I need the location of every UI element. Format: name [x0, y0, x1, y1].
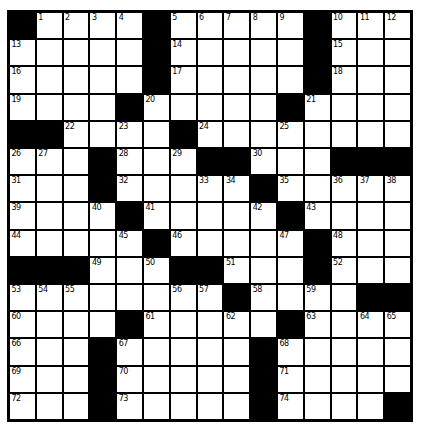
- grid-cell[interactable]: [171, 367, 196, 392]
- grid-cell[interactable]: [117, 258, 142, 283]
- grid-cell[interactable]: [305, 394, 330, 419]
- grid-cell[interactable]: [37, 231, 62, 256]
- grid-cell[interactable]: [358, 258, 383, 283]
- black-cell: [251, 176, 276, 201]
- grid-cell[interactable]: 32: [117, 176, 142, 201]
- grid-cell[interactable]: 21: [305, 95, 330, 120]
- grid-cell[interactable]: 41: [144, 203, 169, 228]
- grid-cell[interactable]: [171, 394, 196, 419]
- clue-number: 16: [12, 67, 21, 76]
- clue-number: 51: [226, 258, 235, 267]
- grid-cell[interactable]: 67: [117, 339, 142, 364]
- clue-number: 46: [172, 231, 181, 240]
- grid-cell[interactable]: 19: [10, 95, 35, 120]
- grid-cell[interactable]: [64, 231, 89, 256]
- black-cell: [171, 122, 196, 147]
- black-cell: [37, 258, 62, 283]
- grid-cell[interactable]: [224, 40, 249, 65]
- grid-cell[interactable]: [198, 95, 223, 120]
- grid-cell[interactable]: [332, 394, 357, 419]
- clue-number: 17: [172, 67, 181, 76]
- grid-cell[interactable]: 34: [224, 176, 249, 201]
- grid-cell[interactable]: [198, 231, 223, 256]
- grid-cell[interactable]: [385, 95, 410, 120]
- grid-cell[interactable]: 44: [10, 231, 35, 256]
- grid-cell[interactable]: 22: [64, 122, 89, 147]
- clue-number: 59: [306, 285, 315, 294]
- grid-cell[interactable]: [171, 95, 196, 120]
- clue-number: 63: [306, 312, 315, 321]
- black-cell: [90, 176, 115, 201]
- grid-cell[interactable]: [251, 258, 276, 283]
- grid-cell[interactable]: [385, 40, 410, 65]
- grid-cell[interactable]: 1: [37, 13, 62, 38]
- clue-number: 22: [65, 122, 74, 131]
- grid-cell[interactable]: 33: [198, 176, 223, 201]
- grid-cell[interactable]: 39: [10, 203, 35, 228]
- grid-cell[interactable]: [305, 339, 330, 364]
- black-cell: [305, 231, 330, 256]
- clue-number: 18: [333, 67, 342, 76]
- grid-cell[interactable]: 48: [332, 231, 357, 256]
- clue-number: 60: [12, 312, 21, 321]
- clue-number: 47: [279, 231, 288, 240]
- grid-cell[interactable]: [224, 231, 249, 256]
- grid-cell[interactable]: [358, 339, 383, 364]
- clue-number: 56: [172, 285, 181, 294]
- clue-number: 67: [119, 339, 128, 348]
- black-cell: [332, 149, 357, 174]
- grid-cell[interactable]: 73: [117, 394, 142, 419]
- grid-cell[interactable]: [224, 339, 249, 364]
- black-cell: [37, 122, 62, 147]
- grid-cell[interactable]: 12: [385, 13, 410, 38]
- grid-cell[interactable]: 25: [278, 122, 303, 147]
- clue-number: 12: [387, 13, 396, 22]
- grid-cell[interactable]: 58: [251, 285, 276, 310]
- grid-cell[interactable]: 43: [305, 203, 330, 228]
- grid-cell[interactable]: [251, 312, 276, 337]
- grid-cell[interactable]: [90, 285, 115, 310]
- grid-cell[interactable]: 74: [278, 394, 303, 419]
- grid-cell[interactable]: [198, 203, 223, 228]
- grid-cell[interactable]: 9: [278, 13, 303, 38]
- grid-cell[interactable]: [358, 367, 383, 392]
- clue-number: 64: [360, 312, 369, 321]
- grid-cell[interactable]: [278, 149, 303, 174]
- grid-cell[interactable]: [358, 394, 383, 419]
- black-cell: [144, 231, 169, 256]
- grid-cell[interactable]: [224, 367, 249, 392]
- grid-cell[interactable]: [332, 285, 357, 310]
- grid-cell[interactable]: 37: [358, 176, 383, 201]
- grid-cell[interactable]: [385, 67, 410, 92]
- grid-cell[interactable]: [251, 231, 276, 256]
- clue-number: 5: [172, 13, 177, 22]
- clue-number: 72: [12, 394, 21, 403]
- black-cell: [278, 95, 303, 120]
- clue-number: 8: [253, 13, 258, 22]
- grid-cell[interactable]: 57: [198, 285, 223, 310]
- crossword-board: 1234567891011121314151617181920212223242…: [7, 10, 413, 422]
- grid-cell[interactable]: 66: [10, 339, 35, 364]
- grid-cell[interactable]: [37, 394, 62, 419]
- grid-cell[interactable]: 60: [10, 312, 35, 337]
- grid-cell[interactable]: 42: [251, 203, 276, 228]
- clue-number: 30: [253, 149, 262, 158]
- grid-cell[interactable]: [117, 40, 142, 65]
- grid-cell[interactable]: [358, 203, 383, 228]
- clue-number: 10: [333, 13, 342, 22]
- black-cell: [305, 40, 330, 65]
- grid-cell[interactable]: [90, 122, 115, 147]
- grid-cell[interactable]: 54: [37, 285, 62, 310]
- black-cell: [144, 67, 169, 92]
- grid-cell[interactable]: [37, 339, 62, 364]
- grid-cell[interactable]: 72: [10, 394, 35, 419]
- grid-cell[interactable]: [198, 339, 223, 364]
- grid-cell[interactable]: [224, 394, 249, 419]
- grid-cell[interactable]: [251, 67, 276, 92]
- grid-cell[interactable]: [171, 176, 196, 201]
- grid-cell[interactable]: [37, 176, 62, 201]
- grid-cell[interactable]: 55: [64, 285, 89, 310]
- grid-cell[interactable]: [64, 312, 89, 337]
- grid-cell[interactable]: 27: [37, 149, 62, 174]
- grid-cell[interactable]: 24: [198, 122, 223, 147]
- grid-cell[interactable]: 8: [251, 13, 276, 38]
- black-cell: [198, 149, 223, 174]
- grid-cell[interactable]: [305, 149, 330, 174]
- grid-cell[interactable]: [251, 40, 276, 65]
- grid-cell[interactable]: 13: [10, 40, 35, 65]
- grid-cell[interactable]: [171, 312, 196, 337]
- grid-cell[interactable]: 49: [90, 258, 115, 283]
- grid-cell[interactable]: [90, 40, 115, 65]
- grid-cell[interactable]: [358, 95, 383, 120]
- clue-number: 15: [333, 40, 342, 49]
- grid-cell[interactable]: [224, 95, 249, 120]
- grid-cell[interactable]: [198, 394, 223, 419]
- clue-number: 53: [12, 285, 21, 294]
- black-cell: [64, 258, 89, 283]
- grid-cell[interactable]: [385, 258, 410, 283]
- grid-cell[interactable]: 65: [385, 312, 410, 337]
- grid-cell[interactable]: [144, 122, 169, 147]
- clue-number: 69: [12, 367, 21, 376]
- grid-cell[interactable]: 36: [332, 176, 357, 201]
- clue-number: 29: [172, 149, 181, 158]
- black-cell: [224, 285, 249, 310]
- grid-cell[interactable]: [144, 176, 169, 201]
- grid-cell[interactable]: [90, 67, 115, 92]
- clue-number: 74: [279, 394, 288, 403]
- black-cell: [305, 13, 330, 38]
- grid-cell[interactable]: 3: [90, 13, 115, 38]
- grid-cell[interactable]: 59: [305, 285, 330, 310]
- grid-cell[interactable]: [64, 176, 89, 201]
- clue-number: 11: [360, 13, 369, 22]
- black-cell: [198, 258, 223, 283]
- grid-cell[interactable]: 53: [10, 285, 35, 310]
- clue-number: 3: [92, 13, 97, 22]
- clue-number: 7: [226, 13, 231, 22]
- grid-cell[interactable]: [332, 122, 357, 147]
- grid-cell[interactable]: 6: [198, 13, 223, 38]
- clue-number: 37: [360, 176, 369, 185]
- clue-number: 44: [12, 231, 21, 240]
- clue-number: 35: [279, 176, 288, 185]
- black-cell: [278, 312, 303, 337]
- grid-cell[interactable]: 23: [117, 122, 142, 147]
- grid-cell[interactable]: [305, 176, 330, 201]
- clue-number: 32: [119, 176, 128, 185]
- grid-cell[interactable]: [358, 122, 383, 147]
- grid-cell[interactable]: 38: [385, 176, 410, 201]
- grid-cell[interactable]: 61: [144, 312, 169, 337]
- grid-cell[interactable]: [198, 367, 223, 392]
- black-cell: [305, 258, 330, 283]
- black-cell: [251, 339, 276, 364]
- grid-cell[interactable]: [224, 67, 249, 92]
- grid-cell[interactable]: [198, 312, 223, 337]
- grid-cell[interactable]: 29: [171, 149, 196, 174]
- grid-cell[interactable]: 5: [171, 13, 196, 38]
- grid-cell[interactable]: [90, 231, 115, 256]
- clue-number: 13: [12, 40, 21, 49]
- grid-cell[interactable]: [64, 203, 89, 228]
- clue-number: 14: [172, 40, 181, 49]
- clue-number: 38: [387, 176, 396, 185]
- black-cell: [144, 13, 169, 38]
- grid-cell[interactable]: [144, 149, 169, 174]
- clue-number: 31: [12, 176, 21, 185]
- grid-cell[interactable]: [278, 40, 303, 65]
- grid-cell[interactable]: 20: [144, 95, 169, 120]
- grid-cell[interactable]: 11: [358, 13, 383, 38]
- grid-cell[interactable]: [117, 67, 142, 92]
- grid-cell[interactable]: 62: [224, 312, 249, 337]
- grid-cell[interactable]: 18: [332, 67, 357, 92]
- crossword-grid: 1234567891011121314151617181920212223242…: [7, 10, 413, 422]
- clue-number: 33: [199, 176, 208, 185]
- clue-number: 70: [119, 367, 128, 376]
- black-cell: [90, 367, 115, 392]
- grid-cell[interactable]: 16: [10, 67, 35, 92]
- black-cell: [251, 367, 276, 392]
- grid-cell[interactable]: [171, 203, 196, 228]
- grid-cell[interactable]: 31: [10, 176, 35, 201]
- clue-number: 41: [145, 203, 154, 212]
- clue-number: 43: [306, 203, 315, 212]
- grid-cell[interactable]: [144, 285, 169, 310]
- clue-number: 28: [119, 149, 128, 158]
- clue-number: 27: [38, 149, 47, 158]
- black-cell: [90, 394, 115, 419]
- black-cell: [144, 40, 169, 65]
- clue-number: 25: [279, 122, 288, 131]
- grid-cell[interactable]: [171, 339, 196, 364]
- grid-cell[interactable]: [332, 95, 357, 120]
- black-cell: [10, 13, 35, 38]
- clue-number: 23: [119, 122, 128, 131]
- grid-cell[interactable]: [305, 367, 330, 392]
- grid-cell[interactable]: [332, 203, 357, 228]
- clue-number: 9: [279, 13, 284, 22]
- grid-cell[interactable]: 64: [358, 312, 383, 337]
- grid-cell[interactable]: [332, 312, 357, 337]
- black-cell: [90, 339, 115, 364]
- grid-cell[interactable]: [198, 67, 223, 92]
- black-cell: [117, 95, 142, 120]
- grid-cell[interactable]: [90, 95, 115, 120]
- clue-number: 20: [145, 95, 154, 104]
- black-cell: [171, 258, 196, 283]
- grid-cell[interactable]: [90, 312, 115, 337]
- grid-cell[interactable]: 4: [117, 13, 142, 38]
- clue-number: 6: [199, 13, 204, 22]
- grid-cell[interactable]: 35: [278, 176, 303, 201]
- grid-cell[interactable]: [37, 95, 62, 120]
- grid-cell[interactable]: [64, 367, 89, 392]
- grid-cell[interactable]: 63: [305, 312, 330, 337]
- clue-number: 1: [38, 13, 43, 22]
- grid-cell[interactable]: 40: [90, 203, 115, 228]
- grid-cell[interactable]: 51: [224, 258, 249, 283]
- grid-cell[interactable]: 15: [332, 40, 357, 65]
- clue-number: 45: [119, 231, 128, 240]
- clue-number: 34: [226, 176, 235, 185]
- grid-cell[interactable]: 17: [171, 67, 196, 92]
- grid-cell[interactable]: [358, 40, 383, 65]
- grid-cell[interactable]: [358, 67, 383, 92]
- grid-cell[interactable]: 45: [117, 231, 142, 256]
- grid-cell[interactable]: 70: [117, 367, 142, 392]
- grid-cell[interactable]: 10: [332, 13, 357, 38]
- black-cell: [278, 203, 303, 228]
- clue-number: 2: [65, 13, 70, 22]
- clue-number: 26: [12, 149, 21, 158]
- clue-number: 62: [226, 312, 235, 321]
- black-cell: [10, 122, 35, 147]
- grid-cell[interactable]: [117, 285, 142, 310]
- black-cell: [358, 285, 383, 310]
- grid-cell[interactable]: 50: [144, 258, 169, 283]
- grid-cell[interactable]: [385, 367, 410, 392]
- grid-cell[interactable]: [64, 40, 89, 65]
- grid-cell[interactable]: [37, 67, 62, 92]
- grid-cell[interactable]: 52: [332, 258, 357, 283]
- grid-cell[interactable]: 28: [117, 149, 142, 174]
- grid-cell[interactable]: 68: [278, 339, 303, 364]
- grid-cell[interactable]: [64, 95, 89, 120]
- grid-cell[interactable]: [332, 367, 357, 392]
- black-cell: [385, 149, 410, 174]
- clue-number: 36: [333, 176, 342, 185]
- grid-cell[interactable]: [64, 339, 89, 364]
- grid-cell[interactable]: [224, 203, 249, 228]
- grid-cell[interactable]: [224, 122, 249, 147]
- clue-number: 40: [92, 203, 101, 212]
- clue-number: 71: [279, 367, 288, 376]
- grid-cell[interactable]: [64, 67, 89, 92]
- grid-cell[interactable]: [37, 40, 62, 65]
- grid-cell[interactable]: [385, 122, 410, 147]
- clue-number: 21: [306, 95, 315, 104]
- grid-cell[interactable]: 56: [171, 285, 196, 310]
- clue-number: 39: [12, 203, 21, 212]
- grid-cell[interactable]: 30: [251, 149, 276, 174]
- grid-cell[interactable]: [144, 367, 169, 392]
- grid-cell[interactable]: [64, 149, 89, 174]
- black-cell: [224, 149, 249, 174]
- grid-cell[interactable]: [37, 367, 62, 392]
- clue-number: 50: [145, 258, 154, 267]
- grid-cell[interactable]: [64, 394, 89, 419]
- clue-number: 58: [253, 285, 262, 294]
- grid-cell[interactable]: 7: [224, 13, 249, 38]
- clue-number: 68: [279, 339, 288, 348]
- clue-number: 4: [119, 13, 124, 22]
- clue-number: 57: [199, 285, 208, 294]
- grid-cell[interactable]: 2: [64, 13, 89, 38]
- grid-cell[interactable]: [278, 67, 303, 92]
- clue-number: 73: [119, 394, 128, 403]
- grid-cell[interactable]: 69: [10, 367, 35, 392]
- grid-cell[interactable]: [144, 394, 169, 419]
- grid-cell[interactable]: [385, 339, 410, 364]
- grid-cell[interactable]: [278, 285, 303, 310]
- grid-cell[interactable]: [37, 312, 62, 337]
- grid-cell[interactable]: [198, 40, 223, 65]
- clue-number: 42: [253, 203, 262, 212]
- clue-number: 61: [145, 312, 154, 321]
- grid-cell[interactable]: 46: [171, 231, 196, 256]
- grid-cell[interactable]: 71: [278, 367, 303, 392]
- grid-cell[interactable]: [251, 95, 276, 120]
- black-cell: [385, 394, 410, 419]
- black-cell: [117, 203, 142, 228]
- grid-cell[interactable]: [385, 231, 410, 256]
- grid-cell[interactable]: [358, 231, 383, 256]
- grid-cell[interactable]: [305, 122, 330, 147]
- grid-cell[interactable]: 14: [171, 40, 196, 65]
- clue-number: 54: [38, 285, 47, 294]
- black-cell: [10, 258, 35, 283]
- black-cell: [305, 67, 330, 92]
- grid-cell[interactable]: [332, 339, 357, 364]
- grid-cell[interactable]: [278, 258, 303, 283]
- clue-number: 55: [65, 285, 74, 294]
- clue-number: 52: [333, 258, 342, 267]
- clue-number: 66: [12, 339, 21, 348]
- clue-number: 24: [199, 122, 208, 131]
- grid-cell[interactable]: [144, 339, 169, 364]
- grid-cell[interactable]: [385, 203, 410, 228]
- grid-cell[interactable]: 26: [10, 149, 35, 174]
- black-cell: [251, 394, 276, 419]
- black-cell: [90, 149, 115, 174]
- black-cell: [117, 312, 142, 337]
- grid-cell[interactable]: [37, 203, 62, 228]
- clue-number: 65: [387, 312, 396, 321]
- grid-cell[interactable]: 47: [278, 231, 303, 256]
- clue-number: 19: [12, 95, 21, 104]
- grid-cell[interactable]: [251, 122, 276, 147]
- clue-number: 49: [92, 258, 101, 267]
- clue-number: 48: [333, 231, 342, 240]
- black-cell: [358, 149, 383, 174]
